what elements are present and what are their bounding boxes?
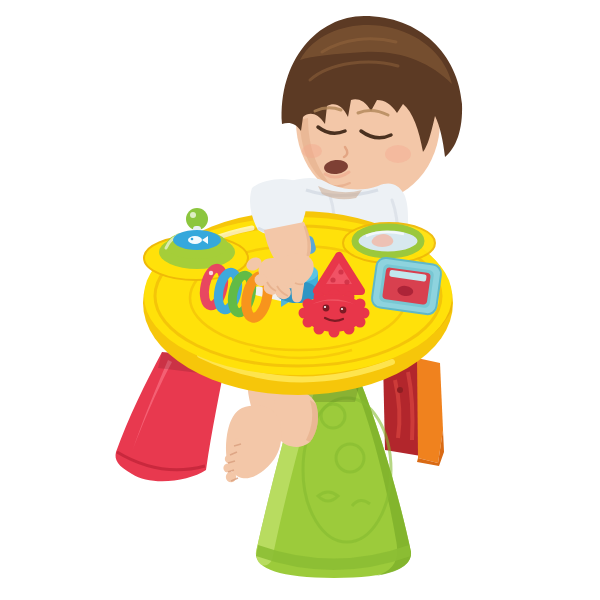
antenna-ball-glint <box>190 212 196 218</box>
orange-leg-outer <box>417 358 443 463</box>
right-blush <box>385 145 411 163</box>
ring-glint <box>209 271 213 275</box>
photo-stage <box>0 0 600 600</box>
orange-leg-rivet <box>397 387 403 393</box>
square-sorter <box>371 257 442 316</box>
left-blush <box>302 144 322 158</box>
scene-svg <box>0 0 600 600</box>
mirror-assembly <box>343 223 435 263</box>
fish-eye <box>191 238 194 241</box>
